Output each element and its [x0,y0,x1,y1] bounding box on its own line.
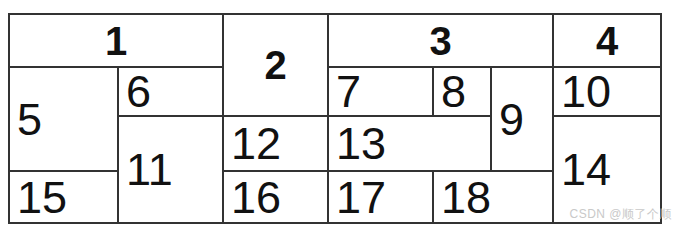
cell-11: 11 [118,116,223,223]
cell-17: 17 [328,171,433,223]
puzzle-grid: 123456789101112131415161718 [8,13,662,224]
cell-7: 7 [328,67,433,116]
cell-8: 8 [433,67,491,116]
cell-4: 4 [553,14,661,67]
cell-1: 1 [9,14,223,67]
cell-16: 16 [223,171,328,223]
cell-13: 13 [328,116,491,171]
cell-5: 5 [9,67,118,171]
cell-12: 12 [223,116,328,171]
cell-3: 3 [328,14,553,67]
cell-6: 6 [118,67,223,116]
cell-9: 9 [491,67,553,171]
page: 123456789101112131415161718 CSDN @顺了个顺 [0,0,674,234]
cell-10: 10 [553,67,661,116]
watermark: CSDN @顺了个顺 [569,207,672,221]
cell-15: 15 [9,171,118,223]
cell-2: 2 [223,14,328,116]
cell-18: 18 [433,171,553,223]
